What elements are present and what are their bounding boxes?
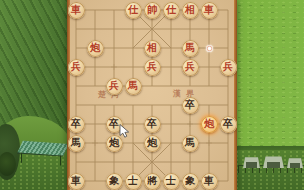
red-chariot-right[interactable]: 車 — [201, 2, 218, 19]
black-pawn-5[interactable]: 卒 — [220, 116, 237, 133]
black-pawn-2[interactable]: 卒 — [106, 116, 123, 133]
red-pawn-3-glyph: 兵 — [147, 62, 157, 72]
black-cannon-left[interactable]: 炮 — [106, 135, 123, 152]
pieces-grid: 車仕帥仕相車炮相馬兵兵兵兵兵馬炮卒卒卒卒卒馬炮炮馬車象士將士象車 — [67, 1, 238, 191]
red-cannon-left-glyph: 炮 — [90, 43, 100, 53]
black-pawn-1[interactable]: 卒 — [68, 116, 85, 133]
black-chariot-right-glyph: 車 — [204, 176, 214, 186]
red-chariot-left[interactable]: 車 — [68, 2, 85, 19]
red-pawn-5-glyph: 兵 — [223, 62, 233, 72]
red-advisor-left[interactable]: 仕 — [125, 2, 142, 19]
black-horse-right-glyph: 馬 — [185, 138, 195, 148]
black-advisor-left-glyph: 士 — [128, 176, 138, 186]
red-elephant-left[interactable]: 相 — [144, 40, 161, 57]
red-cannon-right-glyph: 炮 — [204, 119, 214, 129]
black-chariot-left-glyph: 車 — [71, 176, 81, 186]
black-pawn-2-glyph: 卒 — [109, 119, 119, 129]
black-elephant-left-glyph: 象 — [109, 176, 119, 186]
black-chariot-left[interactable]: 車 — [68, 173, 85, 190]
black-pawn-1-glyph: 卒 — [71, 119, 81, 129]
black-elephant-right-glyph: 象 — [185, 176, 195, 186]
red-pawn-1-glyph: 兵 — [71, 62, 81, 72]
black-pawn-5-glyph: 卒 — [223, 119, 233, 129]
red-pawn-1[interactable]: 兵 — [68, 59, 85, 76]
red-pawn-5[interactable]: 兵 — [220, 59, 237, 76]
red-pawn-3[interactable]: 兵 — [144, 59, 161, 76]
black-cannon-right-glyph: 炮 — [147, 138, 157, 148]
black-advisor-right[interactable]: 士 — [163, 173, 180, 190]
black-cannon-left-glyph: 炮 — [109, 138, 119, 148]
red-elephant-left-glyph: 相 — [147, 43, 157, 53]
black-horse-left[interactable]: 馬 — [68, 135, 85, 152]
red-advisor-left-glyph: 仕 — [128, 5, 138, 15]
red-advisor-right[interactable]: 仕 — [163, 2, 180, 19]
red-pawn-2[interactable]: 兵 — [106, 78, 123, 95]
black-pawn-4[interactable]: 卒 — [182, 97, 199, 114]
red-chariot-left-glyph: 車 — [71, 5, 81, 15]
black-general[interactable]: 將 — [144, 173, 161, 190]
red-cannon-left[interactable]: 炮 — [87, 40, 104, 57]
red-chariot-right-glyph: 車 — [204, 5, 214, 15]
black-advisor-right-glyph: 士 — [166, 176, 176, 186]
red-elephant-right[interactable]: 相 — [182, 2, 199, 19]
red-elephant-right-glyph: 相 — [185, 5, 195, 15]
red-pawn-4-glyph: 兵 — [185, 62, 195, 72]
black-horse-right[interactable]: 馬 — [182, 135, 199, 152]
game-screen: 楚河 漢界 車仕帥仕相車炮相馬兵兵兵兵兵馬炮卒卒卒卒卒馬炮炮馬車象士將士象車 — [0, 0, 304, 190]
black-horse-left-glyph: 馬 — [71, 138, 81, 148]
red-horse-left-glyph: 馬 — [128, 81, 138, 91]
black-elephant-right[interactable]: 象 — [182, 173, 199, 190]
red-horse-right-glyph: 馬 — [185, 43, 195, 53]
red-horse-right[interactable]: 馬 — [182, 40, 199, 57]
red-advisor-right-glyph: 仕 — [166, 5, 176, 15]
black-advisor-left[interactable]: 士 — [125, 173, 142, 190]
black-elephant-left[interactable]: 象 — [106, 173, 123, 190]
red-horse-left[interactable]: 馬 — [125, 78, 142, 95]
red-pawn-4[interactable]: 兵 — [182, 59, 199, 76]
shed — [17, 140, 63, 158]
red-pawn-2-glyph: 兵 — [109, 81, 119, 91]
xiangqi-board[interactable]: 楚河 漢界 車仕帥仕相車炮相馬兵兵兵兵兵馬炮卒卒卒卒卒馬炮炮馬車象士將士象車 — [67, 0, 237, 190]
red-cannon-right[interactable]: 炮 — [201, 116, 218, 133]
black-pawn-4-glyph: 卒 — [185, 100, 195, 110]
black-chariot-right[interactable]: 車 — [201, 173, 218, 190]
red-general[interactable]: 帥 — [144, 2, 161, 19]
red-general-glyph: 帥 — [147, 5, 157, 15]
black-general-glyph: 將 — [147, 176, 157, 186]
black-cannon-right[interactable]: 炮 — [144, 135, 161, 152]
black-pawn-3[interactable]: 卒 — [144, 116, 161, 133]
black-pawn-3-glyph: 卒 — [147, 119, 157, 129]
